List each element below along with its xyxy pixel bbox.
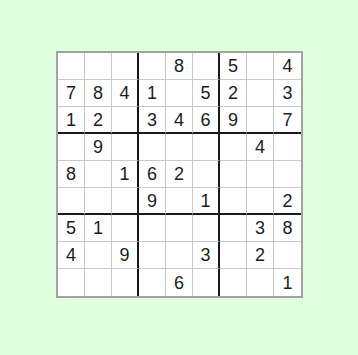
cell-r6c2[interactable] bbox=[85, 188, 112, 215]
cell-r7c7[interactable] bbox=[220, 215, 247, 242]
cell-r8c1[interactable]: 4 bbox=[58, 242, 85, 269]
cell-r8c7[interactable] bbox=[220, 242, 247, 269]
cell-r8c9[interactable] bbox=[274, 242, 301, 269]
cell-r1c4[interactable] bbox=[139, 53, 166, 80]
cell-r4c5[interactable] bbox=[166, 134, 193, 161]
cell-r1c7[interactable]: 5 bbox=[220, 53, 247, 80]
cell-r1c5[interactable]: 8 bbox=[166, 53, 193, 80]
cell-r5c3[interactable]: 1 bbox=[112, 161, 139, 188]
cell-r1c2[interactable] bbox=[85, 53, 112, 80]
page-background: { "game": "sudoku", "position": "....8.5… bbox=[0, 0, 358, 355]
cell-r7c2[interactable]: 1 bbox=[85, 215, 112, 242]
cell-r5c5[interactable]: 2 bbox=[166, 161, 193, 188]
cell-r2c4[interactable]: 1 bbox=[139, 80, 166, 107]
cell-r8c3[interactable]: 9 bbox=[112, 242, 139, 269]
cell-r3c8[interactable] bbox=[247, 107, 274, 134]
cell-r7c4[interactable] bbox=[139, 215, 166, 242]
cell-r7c9[interactable]: 8 bbox=[274, 215, 301, 242]
cell-r3c1[interactable]: 1 bbox=[58, 107, 85, 134]
cell-r4c9[interactable] bbox=[274, 134, 301, 161]
cell-r4c8[interactable]: 4 bbox=[247, 134, 274, 161]
cell-r4c3[interactable] bbox=[112, 134, 139, 161]
cell-r7c3[interactable] bbox=[112, 215, 139, 242]
cell-r9c6[interactable] bbox=[193, 269, 220, 296]
cell-r7c6[interactable] bbox=[193, 215, 220, 242]
cell-r6c3[interactable] bbox=[112, 188, 139, 215]
cell-r3c3[interactable] bbox=[112, 107, 139, 134]
cell-r9c3[interactable] bbox=[112, 269, 139, 296]
cell-r4c7[interactable] bbox=[220, 134, 247, 161]
cell-r4c4[interactable] bbox=[139, 134, 166, 161]
cell-r5c1[interactable]: 8 bbox=[58, 161, 85, 188]
cell-r5c4[interactable]: 6 bbox=[139, 161, 166, 188]
cell-r5c9[interactable] bbox=[274, 161, 301, 188]
cell-r9c4[interactable] bbox=[139, 269, 166, 296]
cell-r1c9[interactable]: 4 bbox=[274, 53, 301, 80]
sudoku-board: 854784152312346979481629125138493261 bbox=[56, 51, 303, 298]
cell-r9c1[interactable] bbox=[58, 269, 85, 296]
cell-r3c7[interactable]: 9 bbox=[220, 107, 247, 134]
cell-r1c1[interactable] bbox=[58, 53, 85, 80]
cell-r8c4[interactable] bbox=[139, 242, 166, 269]
cell-r2c7[interactable]: 2 bbox=[220, 80, 247, 107]
cell-r5c7[interactable] bbox=[220, 161, 247, 188]
cell-r9c9[interactable]: 1 bbox=[274, 269, 301, 296]
cell-r8c5[interactable] bbox=[166, 242, 193, 269]
cell-r7c5[interactable] bbox=[166, 215, 193, 242]
cell-r5c2[interactable] bbox=[85, 161, 112, 188]
cell-r7c8[interactable]: 3 bbox=[247, 215, 274, 242]
cell-r8c8[interactable]: 2 bbox=[247, 242, 274, 269]
cell-r6c9[interactable]: 2 bbox=[274, 188, 301, 215]
cell-r6c5[interactable] bbox=[166, 188, 193, 215]
cell-r2c1[interactable]: 7 bbox=[58, 80, 85, 107]
cell-r6c7[interactable] bbox=[220, 188, 247, 215]
cell-r2c3[interactable]: 4 bbox=[112, 80, 139, 107]
cell-r3c6[interactable]: 6 bbox=[193, 107, 220, 134]
cell-r6c6[interactable]: 1 bbox=[193, 188, 220, 215]
cell-r3c4[interactable]: 3 bbox=[139, 107, 166, 134]
cell-r2c8[interactable] bbox=[247, 80, 274, 107]
cell-r2c2[interactable]: 8 bbox=[85, 80, 112, 107]
cell-r2c5[interactable] bbox=[166, 80, 193, 107]
cell-r9c2[interactable] bbox=[85, 269, 112, 296]
cell-r3c5[interactable]: 4 bbox=[166, 107, 193, 134]
cell-r3c9[interactable]: 7 bbox=[274, 107, 301, 134]
cell-r2c9[interactable]: 3 bbox=[274, 80, 301, 107]
cell-r9c8[interactable] bbox=[247, 269, 274, 296]
cell-r4c1[interactable] bbox=[58, 134, 85, 161]
cell-r2c6[interactable]: 5 bbox=[193, 80, 220, 107]
cell-r4c6[interactable] bbox=[193, 134, 220, 161]
cell-r6c8[interactable] bbox=[247, 188, 274, 215]
cell-r1c6[interactable] bbox=[193, 53, 220, 80]
cell-r1c3[interactable] bbox=[112, 53, 139, 80]
cell-r7c1[interactable]: 5 bbox=[58, 215, 85, 242]
cell-r8c6[interactable]: 3 bbox=[193, 242, 220, 269]
cell-r3c2[interactable]: 2 bbox=[85, 107, 112, 134]
cell-r5c8[interactable] bbox=[247, 161, 274, 188]
cell-r6c1[interactable] bbox=[58, 188, 85, 215]
cell-r9c7[interactable] bbox=[220, 269, 247, 296]
cell-r8c2[interactable] bbox=[85, 242, 112, 269]
cell-r9c5[interactable]: 6 bbox=[166, 269, 193, 296]
cell-r4c2[interactable]: 9 bbox=[85, 134, 112, 161]
cell-r1c8[interactable] bbox=[247, 53, 274, 80]
cell-r5c6[interactable] bbox=[193, 161, 220, 188]
cell-r6c4[interactable]: 9 bbox=[139, 188, 166, 215]
